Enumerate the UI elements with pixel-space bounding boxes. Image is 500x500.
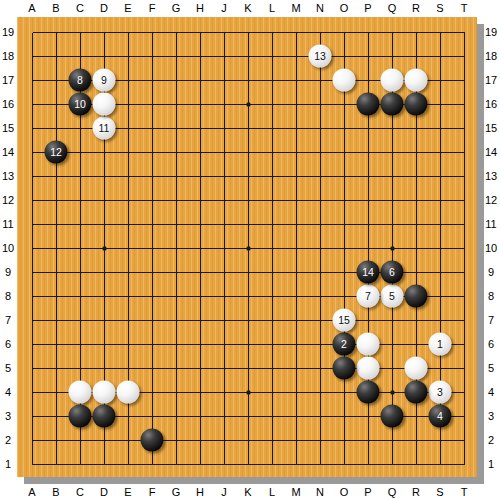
move-number: 8 — [77, 75, 83, 86]
col-label-bottom-g: G — [164, 484, 188, 500]
col-label-top-e: E — [116, 0, 140, 16]
col-label-bottom-f: F — [140, 484, 164, 500]
col-label-top-s: S — [428, 0, 452, 16]
col-label-bottom-k: K — [236, 484, 260, 500]
row-label-left-7: 7 — [0, 312, 16, 328]
col-label-bottom-q: Q — [380, 484, 404, 500]
stone-black-r8 — [405, 285, 428, 308]
stone-black-f2 — [141, 429, 164, 452]
stone-white-s4: 3 — [429, 381, 452, 404]
col-label-top-a: A — [20, 0, 44, 16]
go-diagram: 123456789101112131415 AABBCCDDEEFFGGHHJJ… — [0, 0, 500, 500]
row-label-right-9: 9 — [483, 264, 499, 280]
col-label-top-t: T — [452, 0, 476, 16]
col-label-top-p: P — [356, 0, 380, 16]
row-label-right-15: 15 — [483, 120, 499, 136]
stone-white-d4 — [93, 381, 116, 404]
col-label-bottom-s: S — [428, 484, 452, 500]
stone-black-o6: 2 — [333, 333, 356, 356]
stone-black-p16 — [357, 93, 380, 116]
row-label-right-7: 7 — [483, 312, 499, 328]
move-number: 5 — [389, 291, 395, 302]
col-label-top-h: H — [188, 0, 212, 16]
row-label-left-2: 2 — [0, 432, 16, 448]
stone-white-s6: 1 — [429, 333, 452, 356]
row-label-left-6: 6 — [0, 336, 16, 352]
row-label-right-6: 6 — [483, 336, 499, 352]
col-label-top-m: M — [284, 0, 308, 16]
move-number: 11 — [99, 123, 110, 134]
move-number: 4 — [437, 411, 443, 422]
stone-black-r4 — [405, 381, 428, 404]
stone-white-q8: 5 — [381, 285, 404, 308]
row-label-right-1: 1 — [483, 456, 499, 472]
stone-white-d17: 9 — [93, 69, 116, 92]
row-label-right-2: 2 — [483, 432, 499, 448]
col-label-top-j: J — [212, 0, 236, 16]
row-label-left-14: 14 — [0, 144, 16, 160]
star-point — [390, 390, 394, 394]
col-label-top-q: Q — [380, 0, 404, 16]
row-label-right-13: 13 — [483, 168, 499, 184]
stone-black-c16: 10 — [69, 93, 92, 116]
row-label-left-15: 15 — [0, 120, 16, 136]
stone-black-o5 — [333, 357, 356, 380]
row-label-right-19: 19 — [483, 24, 499, 40]
stone-white-p6 — [357, 333, 380, 356]
col-label-top-f: F — [140, 0, 164, 16]
row-label-right-8: 8 — [483, 288, 499, 304]
col-label-bottom-d: D — [92, 484, 116, 500]
stone-white-o7: 15 — [333, 309, 356, 332]
col-label-bottom-j: J — [212, 484, 236, 500]
move-number: 15 — [338, 315, 350, 326]
row-label-right-18: 18 — [483, 48, 499, 64]
move-number: 7 — [365, 291, 371, 302]
row-label-left-9: 9 — [0, 264, 16, 280]
stone-black-r16 — [405, 93, 428, 116]
col-label-top-r: R — [404, 0, 428, 16]
stone-black-d3 — [93, 405, 116, 428]
row-label-right-16: 16 — [483, 96, 499, 112]
col-label-bottom-m: M — [284, 484, 308, 500]
go-board[interactable]: 123456789101112131415 — [17, 17, 477, 477]
stone-black-b14: 12 — [45, 141, 68, 164]
row-label-left-19: 19 — [0, 24, 16, 40]
move-number: 12 — [50, 147, 62, 158]
col-label-top-n: N — [308, 0, 332, 16]
stone-black-q16 — [381, 93, 404, 116]
col-label-bottom-c: C — [68, 484, 92, 500]
move-number: 3 — [437, 387, 443, 398]
row-label-right-17: 17 — [483, 72, 499, 88]
row-label-left-16: 16 — [0, 96, 16, 112]
star-point — [246, 246, 250, 250]
row-label-left-4: 4 — [0, 384, 16, 400]
stone-black-c3 — [69, 405, 92, 428]
stone-black-s3: 4 — [429, 405, 452, 428]
stone-black-p9: 14 — [357, 261, 380, 284]
col-label-top-d: D — [92, 0, 116, 16]
col-label-bottom-b: B — [44, 484, 68, 500]
row-label-left-17: 17 — [0, 72, 16, 88]
col-label-bottom-n: N — [308, 484, 332, 500]
col-label-top-l: L — [260, 0, 284, 16]
move-number: 10 — [74, 99, 86, 110]
row-label-right-5: 5 — [483, 360, 499, 376]
row-label-left-10: 10 — [0, 240, 16, 256]
col-label-bottom-h: H — [188, 484, 212, 500]
stone-white-o17 — [333, 69, 356, 92]
stone-black-p4 — [357, 381, 380, 404]
row-label-left-5: 5 — [0, 360, 16, 376]
row-label-left-1: 1 — [0, 456, 16, 472]
col-label-top-c: C — [68, 0, 92, 16]
stone-white-p5 — [357, 357, 380, 380]
col-label-top-b: B — [44, 0, 68, 16]
move-number: 14 — [362, 267, 374, 278]
star-point — [246, 390, 250, 394]
stone-white-d16 — [93, 93, 116, 116]
col-label-bottom-t: T — [452, 484, 476, 500]
stone-black-q3 — [381, 405, 404, 428]
stone-white-r17 — [405, 69, 428, 92]
stone-white-e4 — [117, 381, 140, 404]
stone-white-p8: 7 — [357, 285, 380, 308]
move-number: 2 — [341, 339, 347, 350]
stone-black-c17: 8 — [69, 69, 92, 92]
col-label-bottom-o: O — [332, 484, 356, 500]
row-label-left-12: 12 — [0, 192, 16, 208]
stone-white-r5 — [405, 357, 428, 380]
star-point — [390, 246, 394, 250]
stone-black-q9: 6 — [381, 261, 404, 284]
row-label-left-8: 8 — [0, 288, 16, 304]
col-label-top-g: G — [164, 0, 188, 16]
row-label-left-13: 13 — [0, 168, 16, 184]
row-label-left-11: 11 — [0, 216, 16, 232]
stone-white-n18: 13 — [309, 45, 332, 68]
row-label-right-11: 11 — [483, 216, 499, 232]
row-label-left-3: 3 — [0, 408, 16, 424]
move-number: 6 — [389, 267, 395, 278]
star-point — [102, 246, 106, 250]
col-label-bottom-r: R — [404, 484, 428, 500]
stone-white-q17 — [381, 69, 404, 92]
move-number: 9 — [101, 75, 107, 86]
stone-white-d15: 11 — [93, 117, 116, 140]
row-label-right-14: 14 — [483, 144, 499, 160]
star-point — [246, 102, 250, 106]
col-label-bottom-a: A — [20, 484, 44, 500]
col-label-bottom-e: E — [116, 484, 140, 500]
stone-white-c4 — [69, 381, 92, 404]
col-label-top-o: O — [332, 0, 356, 16]
row-label-right-3: 3 — [483, 408, 499, 424]
row-label-left-18: 18 — [0, 48, 16, 64]
col-label-bottom-p: P — [356, 484, 380, 500]
row-label-right-10: 10 — [483, 240, 499, 256]
row-label-right-4: 4 — [483, 384, 499, 400]
row-label-right-12: 12 — [483, 192, 499, 208]
move-number: 13 — [314, 51, 326, 62]
col-label-bottom-l: L — [260, 484, 284, 500]
col-label-top-k: K — [236, 0, 260, 16]
move-number: 1 — [437, 339, 443, 350]
